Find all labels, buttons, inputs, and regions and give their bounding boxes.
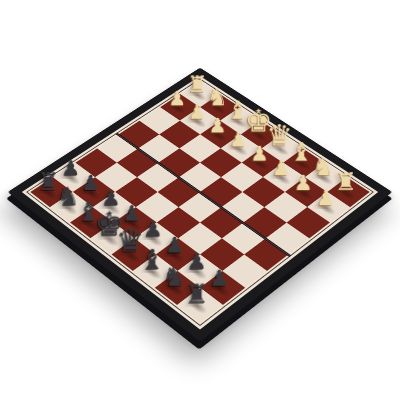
board-face: ♜♞♝♚♛♝♞♜♟♟♟♟♟♟♟♟♟♟♟♟♟♟♟♟♜♞♝♚♛♝♞♜ [22,76,378,330]
square-a3 [287,207,330,238]
square-a8: ♜ [177,288,223,323]
piece-black-rook-a8: ♜ [176,262,217,307]
squares-grid: ♜♞♝♚♛♝♞♜♟♟♟♟♟♟♟♟♟♟♟♟♟♟♟♟♜♞♝♚♛♝♞♜ [30,81,369,322]
product-photo-scene: ♜♞♝♚♛♝♞♜♟♟♟♟♟♟♟♟♟♟♟♟♟♟♟♟♜♞♝♚♛♝♞♜ [0,0,400,400]
piece-white-pawn-a2: ♟ [307,167,345,209]
chess-board: ♜♞♝♚♛♝♞♜♟♟♟♟♟♟♟♟♟♟♟♟♟♟♟♟♜♞♝♚♛♝♞♜ [8,68,393,342]
